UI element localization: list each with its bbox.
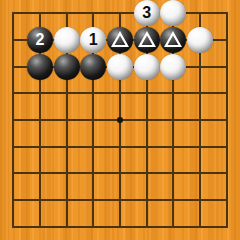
board-point-6-9[interactable] xyxy=(133,213,160,240)
board-point-9-9[interactable] xyxy=(213,213,240,240)
grid-line-vertical xyxy=(226,27,228,54)
board-point-9-8[interactable] xyxy=(213,187,240,214)
board-point-5-1[interactable] xyxy=(107,0,134,27)
grid-line-vertical xyxy=(119,187,121,214)
grid-line-vertical xyxy=(146,160,148,187)
black-stone xyxy=(134,27,160,53)
board-point-4-6[interactable] xyxy=(80,133,107,160)
board-point-1-9[interactable] xyxy=(0,213,27,240)
board-point-3-6[interactable] xyxy=(53,133,80,160)
grid-line-horizontal xyxy=(12,12,26,14)
black-stone xyxy=(80,54,106,80)
board-point-9-3[interactable] xyxy=(213,53,240,80)
grid-line-vertical xyxy=(92,187,94,214)
grid-line-vertical xyxy=(12,27,14,54)
board-point-2-9[interactable] xyxy=(27,213,54,240)
grid-line-vertical xyxy=(12,80,14,107)
board-point-2-8[interactable] xyxy=(27,187,54,214)
grid-line-horizontal xyxy=(12,226,26,228)
board-point-6-2 xyxy=(133,27,160,54)
go-diagram: 321 xyxy=(0,0,240,240)
board-point-1-5[interactable] xyxy=(0,107,27,134)
board-point-8-8[interactable] xyxy=(187,187,214,214)
grid-line-vertical xyxy=(39,107,41,134)
grid-line-vertical xyxy=(172,160,174,187)
board-point-4-7[interactable] xyxy=(80,160,107,187)
board-point-6-3 xyxy=(133,53,160,80)
grid-line-vertical xyxy=(66,80,68,107)
board-point-8-3[interactable] xyxy=(187,53,214,80)
board-point-4-3 xyxy=(80,53,107,80)
black-stone xyxy=(160,27,186,53)
board-point-3-4[interactable] xyxy=(53,80,80,107)
board-point-2-7[interactable] xyxy=(27,160,54,187)
white-stone: 1 xyxy=(80,27,106,53)
grid-line-horizontal xyxy=(12,146,26,148)
grid-line-vertical xyxy=(12,12,14,26)
board-point-9-1[interactable] xyxy=(213,0,240,27)
grid-line-vertical xyxy=(92,12,94,26)
grid-line-vertical xyxy=(199,53,201,80)
grid-line-vertical xyxy=(172,213,174,227)
grid-line-vertical xyxy=(119,12,121,26)
grid-line-vertical xyxy=(146,107,148,134)
grid-line-horizontal xyxy=(12,92,26,94)
black-stone xyxy=(107,27,133,53)
board-point-6-6[interactable] xyxy=(133,133,160,160)
board-point-8-2 xyxy=(187,27,214,54)
board-point-4-2: 1 xyxy=(80,27,107,54)
grid-line-vertical xyxy=(39,160,41,187)
grid-line-horizontal xyxy=(12,199,26,201)
board-point-4-5[interactable] xyxy=(80,107,107,134)
grid-line-vertical xyxy=(226,213,228,227)
board-point-1-2[interactable] xyxy=(0,27,27,54)
board-point-1-4[interactable] xyxy=(0,80,27,107)
white-stone xyxy=(134,54,160,80)
grid-line-vertical xyxy=(199,107,201,134)
grid-line-vertical xyxy=(226,80,228,107)
black-stone xyxy=(27,54,53,80)
board-point-7-6[interactable] xyxy=(160,133,187,160)
grid-line-vertical xyxy=(39,12,41,26)
board-point-4-1[interactable] xyxy=(80,0,107,27)
white-stone xyxy=(160,0,186,26)
grid-line-vertical xyxy=(12,133,14,160)
board-point-4-8[interactable] xyxy=(80,187,107,214)
grid-line-vertical xyxy=(12,160,14,187)
grid-line-vertical xyxy=(226,160,228,187)
board-point-7-8[interactable] xyxy=(160,187,187,214)
board-point-3-8[interactable] xyxy=(53,187,80,214)
board-point-8-9[interactable] xyxy=(187,213,214,240)
grid-line-vertical xyxy=(226,53,228,80)
grid-line-vertical xyxy=(119,80,121,107)
grid-line-vertical xyxy=(226,107,228,134)
grid-line-vertical xyxy=(226,187,228,214)
go-board: 321 xyxy=(0,0,240,240)
grid-line-vertical xyxy=(119,160,121,187)
black-stone xyxy=(54,54,80,80)
grid-line-vertical xyxy=(199,213,201,227)
board-point-6-7[interactable] xyxy=(133,160,160,187)
black-stone: 2 xyxy=(27,27,53,53)
grid-line-vertical xyxy=(146,80,148,107)
board-point-8-7[interactable] xyxy=(187,160,214,187)
grid-line-vertical xyxy=(39,133,41,160)
board-point-5-2 xyxy=(107,27,134,54)
board-point-7-5[interactable] xyxy=(160,107,187,134)
grid-line-vertical xyxy=(12,187,14,214)
board-point-3-5[interactable] xyxy=(53,107,80,134)
board-point-5-7[interactable] xyxy=(107,160,134,187)
board-point-2-2: 2 xyxy=(27,27,54,54)
board-point-3-1[interactable] xyxy=(53,0,80,27)
grid-line-vertical xyxy=(92,107,94,134)
grid-line-vertical xyxy=(199,12,201,26)
board-point-5-5[interactable] xyxy=(107,107,134,134)
move-number-label: 2 xyxy=(27,27,53,53)
board-point-1-6[interactable] xyxy=(0,133,27,160)
board-point-6-4[interactable] xyxy=(133,80,160,107)
grid-line-vertical xyxy=(146,133,148,160)
board-point-2-6[interactable] xyxy=(27,133,54,160)
board-point-9-7[interactable] xyxy=(213,160,240,187)
board-point-2-5[interactable] xyxy=(27,107,54,134)
grid-line-vertical xyxy=(12,213,14,227)
grid-line-vertical xyxy=(119,213,121,227)
grid-line-vertical xyxy=(92,133,94,160)
grid-line-vertical xyxy=(39,213,41,227)
board-point-6-1: 3 xyxy=(133,0,160,27)
white-stone: 3 xyxy=(134,0,160,26)
grid-line-vertical xyxy=(172,133,174,160)
board-point-6-5[interactable] xyxy=(133,107,160,134)
grid-line-vertical xyxy=(92,80,94,107)
grid-line-vertical xyxy=(172,107,174,134)
board-point-7-3 xyxy=(160,53,187,80)
grid-line-vertical xyxy=(12,53,14,80)
board-point-6-8[interactable] xyxy=(133,187,160,214)
board-point-1-7[interactable] xyxy=(0,160,27,187)
board-point-1-3[interactable] xyxy=(0,53,27,80)
board-point-4-4[interactable] xyxy=(80,80,107,107)
board-point-5-8[interactable] xyxy=(107,187,134,214)
board-point-7-4[interactable] xyxy=(160,80,187,107)
board-point-8-5[interactable] xyxy=(187,107,214,134)
board-point-5-6[interactable] xyxy=(107,133,134,160)
board-point-8-1[interactable] xyxy=(187,0,214,27)
grid-line-vertical xyxy=(199,160,201,187)
grid-line-vertical xyxy=(66,133,68,160)
board-point-4-9[interactable] xyxy=(80,213,107,240)
board-point-7-7[interactable] xyxy=(160,160,187,187)
grid-line-vertical xyxy=(226,133,228,160)
board-point-7-1 xyxy=(160,0,187,27)
grid-line-vertical xyxy=(172,80,174,107)
board-point-3-7[interactable] xyxy=(53,160,80,187)
board-point-9-4[interactable] xyxy=(213,80,240,107)
board-point-1-8[interactable] xyxy=(0,187,27,214)
board-point-2-3 xyxy=(27,53,54,80)
white-stone xyxy=(54,27,80,53)
grid-line-vertical xyxy=(226,12,228,26)
grid-line-horizontal xyxy=(12,119,26,121)
board-point-7-2 xyxy=(160,27,187,54)
grid-line-vertical xyxy=(66,213,68,227)
board-point-3-9[interactable] xyxy=(53,213,80,240)
grid-line-vertical xyxy=(199,80,201,107)
grid-line-horizontal xyxy=(12,66,26,68)
board-point-7-9[interactable] xyxy=(160,213,187,240)
grid-line-vertical xyxy=(146,213,148,227)
board-point-3-3 xyxy=(53,53,80,80)
board-point-8-6[interactable] xyxy=(187,133,214,160)
grid-line-vertical xyxy=(39,187,41,214)
board-point-9-5[interactable] xyxy=(213,107,240,134)
board-point-9-6[interactable] xyxy=(213,133,240,160)
grid-line-vertical xyxy=(66,12,68,26)
grid-line-vertical xyxy=(66,187,68,214)
grid-line-vertical xyxy=(119,133,121,160)
white-stone xyxy=(160,54,186,80)
board-point-9-2[interactable] xyxy=(213,27,240,54)
grid-line-vertical xyxy=(66,160,68,187)
board-point-1-1[interactable] xyxy=(0,0,27,27)
star-point xyxy=(117,117,123,123)
move-number-label: 3 xyxy=(134,0,160,26)
triangle-marker-icon xyxy=(138,31,156,49)
board-point-2-4[interactable] xyxy=(27,80,54,107)
grid-line-horizontal xyxy=(12,172,26,174)
white-stone xyxy=(107,54,133,80)
board-point-2-1[interactable] xyxy=(27,0,54,27)
triangle-marker-icon xyxy=(164,31,182,49)
grid-line-vertical xyxy=(172,187,174,214)
grid-line-vertical xyxy=(199,187,201,214)
grid-line-vertical xyxy=(39,80,41,107)
grid-line-vertical xyxy=(12,107,14,134)
board-point-8-4[interactable] xyxy=(187,80,214,107)
grid-line-horizontal xyxy=(12,39,26,41)
board-point-5-9[interactable] xyxy=(107,213,134,240)
grid-line-vertical xyxy=(146,187,148,214)
move-number-label: 1 xyxy=(80,27,106,53)
triangle-marker-icon xyxy=(111,31,129,49)
board-point-5-3 xyxy=(107,53,134,80)
white-stone xyxy=(187,27,213,53)
grid-line-vertical xyxy=(66,107,68,134)
board-point-5-4[interactable] xyxy=(107,80,134,107)
grid-line-vertical xyxy=(199,133,201,160)
grid-line-vertical xyxy=(92,160,94,187)
grid-line-vertical xyxy=(92,213,94,227)
board-point-3-2 xyxy=(53,27,80,54)
